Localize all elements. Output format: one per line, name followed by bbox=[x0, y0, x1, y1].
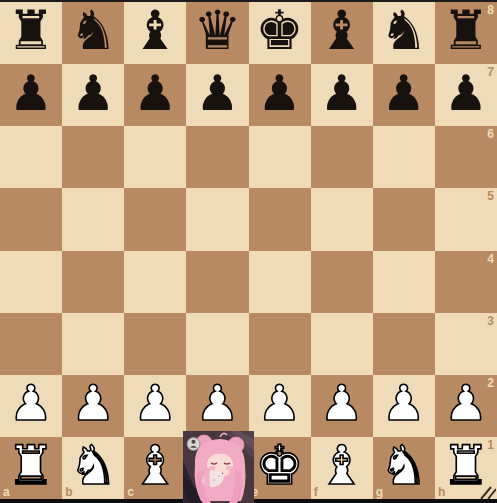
square-b2[interactable]: ♟ bbox=[62, 375, 124, 437]
white-pawn: ♟ bbox=[444, 379, 488, 428]
square-e1[interactable]: ♚e bbox=[249, 437, 311, 499]
square-b1[interactable]: ♞b bbox=[62, 437, 124, 499]
square-h4[interactable]: 4 bbox=[435, 251, 497, 313]
square-e5[interactable] bbox=[249, 188, 311, 250]
square-f7[interactable]: ♟ bbox=[311, 64, 373, 126]
square-d4[interactable] bbox=[186, 251, 248, 313]
white-pawn: ♟ bbox=[71, 379, 115, 428]
black-rook: ♜ bbox=[7, 4, 55, 58]
white-pawn: ♟ bbox=[133, 379, 177, 428]
rank-label-7: 7 bbox=[487, 66, 494, 78]
chess-app-window: ♜♞♝♛♚♝♞♜8♟♟♟♟♟♟♟♟76543♟♟♟♟♟♟♟♟2♜a♞b♝c♛d♚… bbox=[0, 0, 497, 503]
square-h6[interactable]: 6 bbox=[435, 126, 497, 188]
black-pawn: ♟ bbox=[9, 69, 53, 118]
square-c5[interactable] bbox=[124, 188, 186, 250]
square-a3[interactable] bbox=[0, 313, 62, 375]
square-g3[interactable] bbox=[373, 313, 435, 375]
square-a5[interactable] bbox=[0, 188, 62, 250]
black-knight: ♞ bbox=[69, 4, 117, 58]
square-g2[interactable]: ♟ bbox=[373, 375, 435, 437]
file-label-h: h bbox=[438, 486, 445, 498]
black-bishop: ♝ bbox=[317, 4, 365, 58]
file-label-a: a bbox=[3, 486, 10, 498]
square-c7[interactable]: ♟ bbox=[124, 64, 186, 126]
square-b4[interactable] bbox=[62, 251, 124, 313]
player-avatar-overlay bbox=[183, 431, 254, 503]
square-f8[interactable]: ♝ bbox=[311, 2, 373, 64]
black-pawn: ♟ bbox=[258, 69, 302, 118]
white-pawn: ♟ bbox=[258, 379, 302, 428]
square-e7[interactable]: ♟ bbox=[249, 64, 311, 126]
square-a4[interactable] bbox=[0, 251, 62, 313]
square-b7[interactable]: ♟ bbox=[62, 64, 124, 126]
file-label-g: g bbox=[376, 486, 383, 498]
square-h5[interactable]: 5 bbox=[435, 188, 497, 250]
white-rook: ♜ bbox=[442, 439, 490, 493]
square-d7[interactable]: ♟ bbox=[186, 64, 248, 126]
chess-board[interactable]: ♜♞♝♛♚♝♞♜8♟♟♟♟♟♟♟♟76543♟♟♟♟♟♟♟♟2♜a♞b♝c♛d♚… bbox=[0, 2, 497, 499]
black-pawn: ♟ bbox=[320, 69, 364, 118]
white-rook: ♜ bbox=[7, 439, 55, 493]
square-h3[interactable]: 3 bbox=[435, 313, 497, 375]
file-label-f: f bbox=[314, 486, 318, 498]
rank-label-5: 5 bbox=[487, 190, 494, 202]
square-c2[interactable]: ♟ bbox=[124, 375, 186, 437]
square-e2[interactable]: ♟ bbox=[249, 375, 311, 437]
white-king: ♚ bbox=[255, 439, 303, 493]
square-h2[interactable]: ♟2 bbox=[435, 375, 497, 437]
square-a1[interactable]: ♜a bbox=[0, 437, 62, 499]
white-bishop: ♝ bbox=[317, 439, 365, 493]
square-g8[interactable]: ♞ bbox=[373, 2, 435, 64]
square-c1[interactable]: ♝c bbox=[124, 437, 186, 499]
black-pawn: ♟ bbox=[382, 69, 426, 118]
square-f2[interactable]: ♟ bbox=[311, 375, 373, 437]
square-g6[interactable] bbox=[373, 126, 435, 188]
square-a7[interactable]: ♟ bbox=[0, 64, 62, 126]
white-bishop: ♝ bbox=[131, 439, 179, 493]
black-queen: ♛ bbox=[193, 4, 241, 58]
board-resize-handle[interactable] bbox=[479, 486, 496, 499]
square-h8[interactable]: ♜8 bbox=[435, 2, 497, 64]
square-f1[interactable]: ♝f bbox=[311, 437, 373, 499]
file-label-c: c bbox=[127, 486, 134, 498]
file-label-b: b bbox=[65, 486, 72, 498]
rank-label-3: 3 bbox=[487, 315, 494, 327]
square-d3[interactable] bbox=[186, 313, 248, 375]
white-pawn: ♟ bbox=[195, 379, 239, 428]
square-d2[interactable]: ♟ bbox=[186, 375, 248, 437]
square-c3[interactable] bbox=[124, 313, 186, 375]
square-b6[interactable] bbox=[62, 126, 124, 188]
square-g5[interactable] bbox=[373, 188, 435, 250]
square-b8[interactable]: ♞ bbox=[62, 2, 124, 64]
white-pawn: ♟ bbox=[382, 379, 426, 428]
black-pawn: ♟ bbox=[195, 69, 239, 118]
square-e8[interactable]: ♚ bbox=[249, 2, 311, 64]
square-a2[interactable]: ♟ bbox=[0, 375, 62, 437]
square-d5[interactable] bbox=[186, 188, 248, 250]
white-knight: ♞ bbox=[69, 439, 117, 493]
square-e6[interactable] bbox=[249, 126, 311, 188]
black-knight: ♞ bbox=[380, 4, 428, 58]
square-g7[interactable]: ♟ bbox=[373, 64, 435, 126]
square-f5[interactable] bbox=[311, 188, 373, 250]
square-e4[interactable] bbox=[249, 251, 311, 313]
square-b3[interactable] bbox=[62, 313, 124, 375]
white-knight: ♞ bbox=[380, 439, 428, 493]
rank-label-2: 2 bbox=[487, 377, 494, 389]
rank-label-6: 6 bbox=[487, 128, 494, 140]
square-g1[interactable]: ♞g bbox=[373, 437, 435, 499]
user-badge-icon bbox=[187, 438, 200, 451]
square-g4[interactable] bbox=[373, 251, 435, 313]
square-b5[interactable] bbox=[62, 188, 124, 250]
white-pawn: ♟ bbox=[9, 379, 53, 428]
black-king: ♚ bbox=[255, 4, 303, 58]
square-d6[interactable] bbox=[186, 126, 248, 188]
black-pawn: ♟ bbox=[444, 69, 488, 118]
black-rook: ♜ bbox=[442, 4, 490, 58]
square-a6[interactable] bbox=[0, 126, 62, 188]
square-c4[interactable] bbox=[124, 251, 186, 313]
white-pawn: ♟ bbox=[320, 379, 364, 428]
square-h7[interactable]: ♟7 bbox=[435, 64, 497, 126]
square-a8[interactable]: ♜ bbox=[0, 2, 62, 64]
rank-label-8: 8 bbox=[487, 4, 494, 16]
square-f4[interactable] bbox=[311, 251, 373, 313]
black-pawn: ♟ bbox=[71, 69, 115, 118]
square-f6[interactable] bbox=[311, 126, 373, 188]
square-d8[interactable]: ♛ bbox=[186, 2, 248, 64]
square-c8[interactable]: ♝ bbox=[124, 2, 186, 64]
square-f3[interactable] bbox=[311, 313, 373, 375]
square-c6[interactable] bbox=[124, 126, 186, 188]
black-pawn: ♟ bbox=[133, 69, 177, 118]
square-e3[interactable] bbox=[249, 313, 311, 375]
black-bishop: ♝ bbox=[131, 4, 179, 58]
rank-label-1: 1 bbox=[487, 439, 494, 451]
rank-label-4: 4 bbox=[487, 253, 494, 265]
anime-avatar-image bbox=[183, 431, 254, 503]
